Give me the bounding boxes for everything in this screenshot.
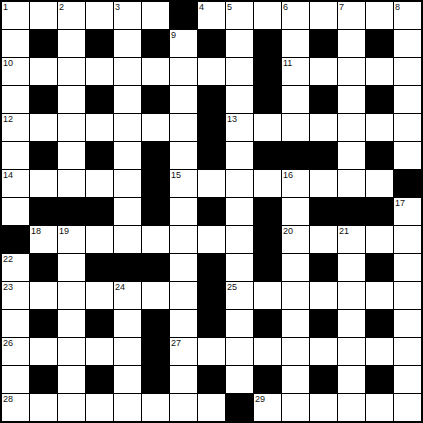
black-cell-r7c15 [394,170,421,197]
cell-r11c11[interactable] [282,282,309,309]
black-cell-r11c8 [198,282,225,309]
cell-r8c1[interactable] [2,198,29,225]
cell-r13c1[interactable]: 26 [2,338,29,365]
cell-r6c3[interactable] [58,142,85,169]
cell-r11c12[interactable] [310,282,337,309]
cell-r15c6[interactable] [142,394,169,421]
cell-r5c9[interactable]: 13 [226,114,253,141]
cell-r14c15[interactable] [394,366,421,393]
cell-r13c7[interactable]: 27 [170,338,197,365]
clue-number: 7 [339,2,344,12]
cell-r5c5[interactable] [114,114,141,141]
clue-number: 19 [59,226,69,236]
cell-r1c14[interactable] [366,2,393,29]
cell-r13c13[interactable] [338,338,365,365]
clue-number: 16 [283,170,293,180]
cell-r13c8[interactable] [198,338,225,365]
cell-r11c6[interactable] [142,282,169,309]
cell-r7c11[interactable]: 16 [282,170,309,197]
cell-r14c1[interactable] [2,366,29,393]
cell-r1c6[interactable] [142,2,169,29]
black-cell-r6c14 [366,142,393,169]
black-cell-r10c5 [114,254,141,281]
cell-r7c5[interactable] [114,170,141,197]
cell-r2c15[interactable] [394,30,421,57]
cell-r7c8[interactable] [198,170,225,197]
cell-r7c3[interactable] [58,170,85,197]
clue-number: 28 [3,394,13,404]
cell-r3c4[interactable] [86,58,113,85]
black-cell-r3c10 [254,58,281,85]
cell-r9c6[interactable] [142,226,169,253]
cell-r11c13[interactable] [338,282,365,309]
cell-r3c14[interactable] [366,58,393,85]
black-cell-r12c8 [198,310,225,337]
black-cell-r6c8 [198,142,225,169]
cell-r4c5[interactable] [114,86,141,113]
black-cell-r15c9 [226,394,253,421]
cell-r4c9[interactable] [226,86,253,113]
cell-r1c15[interactable]: 8 [394,2,421,29]
clue-number: 18 [31,226,41,236]
clue-number: 17 [395,198,405,208]
cell-r2c3[interactable] [58,30,85,57]
cell-r1c13[interactable]: 7 [338,2,365,29]
cell-r5c12[interactable] [310,114,337,141]
cell-r12c11[interactable] [282,310,309,337]
cell-r3c12[interactable] [310,58,337,85]
black-cell-r10c8 [198,254,225,281]
cell-r5c10[interactable] [254,114,281,141]
black-cell-r8c14 [366,198,393,225]
cell-r7c13[interactable] [338,170,365,197]
cell-r12c3[interactable] [58,310,85,337]
cell-r15c3[interactable] [58,394,85,421]
cell-r9c4[interactable] [86,226,113,253]
black-cell-r14c10 [254,366,281,393]
cell-r14c11[interactable] [282,366,309,393]
black-cell-r10c10 [254,254,281,281]
cell-r3c15[interactable] [394,58,421,85]
black-cell-r12c6 [142,310,169,337]
cell-r1c12[interactable] [310,2,337,29]
clue-number: 12 [3,114,13,124]
cell-r8c9[interactable] [226,198,253,225]
black-cell-r10c14 [366,254,393,281]
cell-r3c6[interactable] [142,58,169,85]
cell-r2c11[interactable] [282,30,309,57]
cell-r14c13[interactable] [338,366,365,393]
black-cell-r2c6 [142,30,169,57]
black-cell-r5c8 [198,114,225,141]
cell-r14c3[interactable] [58,366,85,393]
black-cell-r8c2 [30,198,57,225]
black-cell-r4c6 [142,86,169,113]
black-cell-r13c6 [142,338,169,365]
clue-number: 23 [3,282,13,292]
cell-r2c5[interactable] [114,30,141,57]
cell-r9c15[interactable] [394,226,421,253]
cell-r3c2[interactable] [30,58,57,85]
cell-r2c9[interactable] [226,30,253,57]
cell-r13c15[interactable] [394,338,421,365]
cell-r15c1[interactable]: 28 [2,394,29,421]
clue-number: 2 [59,2,64,12]
black-cell-r4c12 [310,86,337,113]
cell-r15c14[interactable] [366,394,393,421]
black-cell-r4c4 [86,86,113,113]
clue-number: 1 [3,2,8,12]
cell-r1c2[interactable] [30,2,57,29]
cell-r10c13[interactable] [338,254,365,281]
cell-r4c11[interactable] [282,86,309,113]
cell-r5c15[interactable] [394,114,421,141]
cell-r10c7[interactable] [170,254,197,281]
cell-r13c3[interactable] [58,338,85,365]
cell-r11c14[interactable] [366,282,393,309]
black-cell-r14c14 [366,366,393,393]
black-cell-r8c13 [338,198,365,225]
cell-r11c7[interactable] [170,282,197,309]
black-cell-r6c11 [282,142,309,169]
cell-r10c9[interactable] [226,254,253,281]
cell-r4c15[interactable] [394,86,421,113]
cell-r9c14[interactable] [366,226,393,253]
cell-r10c1[interactable]: 22 [2,254,29,281]
clue-number: 21 [339,226,349,236]
cell-r12c15[interactable] [394,310,421,337]
black-cell-r2c10 [254,30,281,57]
black-cell-r9c1 [2,226,29,253]
cell-r3c1[interactable]: 10 [2,58,29,85]
black-cell-r6c6 [142,142,169,169]
cell-r3c11[interactable]: 11 [282,58,309,85]
cell-r15c5[interactable] [114,394,141,421]
clue-number: 6 [283,2,288,12]
cell-r5c2[interactable] [30,114,57,141]
black-cell-r7c6 [142,170,169,197]
cell-r1c1[interactable]: 1 [2,2,29,29]
cell-r12c5[interactable] [114,310,141,337]
cell-r13c10[interactable] [254,338,281,365]
cell-r13c2[interactable] [30,338,57,365]
cell-r14c5[interactable] [114,366,141,393]
cell-r6c15[interactable] [394,142,421,169]
black-cell-r12c14 [366,310,393,337]
cell-r5c3[interactable] [58,114,85,141]
cell-r7c12[interactable] [310,170,337,197]
cell-r5c14[interactable] [366,114,393,141]
cell-r4c13[interactable] [338,86,365,113]
clue-number: 5 [227,2,232,12]
black-cell-r2c14 [366,30,393,57]
cell-r5c1[interactable]: 12 [2,114,29,141]
cell-r13c14[interactable] [366,338,393,365]
cell-r14c7[interactable] [170,366,197,393]
black-cell-r14c8 [198,366,225,393]
cell-r11c15[interactable] [394,282,421,309]
clue-number: 15 [171,170,181,180]
black-cell-r14c12 [310,366,337,393]
cell-r10c11[interactable] [282,254,309,281]
cell-r5c4[interactable] [86,114,113,141]
black-cell-r6c10 [254,142,281,169]
cell-r9c8[interactable] [198,226,225,253]
black-cell-r4c10 [254,86,281,113]
clue-number: 25 [227,282,237,292]
cell-r4c3[interactable] [58,86,85,113]
cell-r7c1[interactable]: 14 [2,170,29,197]
clue-number: 11 [283,58,292,68]
cell-r5c13[interactable] [338,114,365,141]
crossword-board: 1234567891011121314151617181920212223242… [0,0,423,423]
cell-r11c10[interactable] [254,282,281,309]
cell-r8c15[interactable]: 17 [394,198,421,225]
black-cell-r8c3 [58,198,85,225]
clue-number: 29 [255,394,265,404]
cell-r11c2[interactable] [30,282,57,309]
cell-r1c11[interactable]: 6 [282,2,309,29]
cell-r6c13[interactable] [338,142,365,169]
clue-number: 10 [3,58,13,68]
cell-r12c1[interactable] [2,310,29,337]
clue-number: 26 [3,338,13,348]
black-cell-r10c4 [86,254,113,281]
clue-number: 20 [283,226,293,236]
cell-r4c7[interactable] [170,86,197,113]
cell-r11c9[interactable]: 25 [226,282,253,309]
cell-r15c10[interactable]: 29 [254,394,281,421]
cell-r13c12[interactable] [310,338,337,365]
cell-r15c15[interactable] [394,394,421,421]
cell-r7c4[interactable] [86,170,113,197]
cell-r13c4[interactable] [86,338,113,365]
cell-r2c7[interactable]: 9 [170,30,197,57]
black-cell-r4c8 [198,86,225,113]
clue-number: 13 [227,114,237,124]
cell-r9c9[interactable] [226,226,253,253]
black-cell-r4c14 [366,86,393,113]
black-cell-r10c12 [310,254,337,281]
black-cell-r8c12 [310,198,337,225]
black-cell-r9c10 [254,226,281,253]
black-cell-r2c8 [198,30,225,57]
black-cell-r2c2 [30,30,57,57]
cell-r3c7[interactable] [170,58,197,85]
clue-number: 8 [395,2,400,12]
cell-r3c3[interactable] [58,58,85,85]
black-cell-r12c12 [310,310,337,337]
black-cell-r4c2 [30,86,57,113]
cell-r13c9[interactable] [226,338,253,365]
cell-r3c13[interactable] [338,58,365,85]
cell-r7c7[interactable]: 15 [170,170,197,197]
black-cell-r12c4 [86,310,113,337]
cell-r1c10[interactable] [254,2,281,29]
cell-r10c15[interactable] [394,254,421,281]
cell-r14c9[interactable] [226,366,253,393]
cell-r11c5[interactable]: 24 [114,282,141,309]
cell-r11c1[interactable]: 23 [2,282,29,309]
black-cell-r14c2 [30,366,57,393]
cell-r5c6[interactable] [142,114,169,141]
black-cell-r12c10 [254,310,281,337]
cell-r15c13[interactable] [338,394,365,421]
cell-r9c3[interactable]: 19 [58,226,85,253]
cell-r9c13[interactable]: 21 [338,226,365,253]
cell-r10c3[interactable] [58,254,85,281]
cell-r1c8[interactable]: 4 [198,2,225,29]
cell-r12c9[interactable] [226,310,253,337]
cell-r9c7[interactable] [170,226,197,253]
cell-r1c9[interactable]: 5 [226,2,253,29]
black-cell-r8c10 [254,198,281,225]
cell-r2c13[interactable] [338,30,365,57]
black-cell-r10c6 [142,254,169,281]
cell-r4c1[interactable] [2,86,29,113]
cell-r15c11[interactable] [282,394,309,421]
cell-r3c9[interactable] [226,58,253,85]
cell-r6c1[interactable] [2,142,29,169]
cell-r15c4[interactable] [86,394,113,421]
black-cell-r8c8 [198,198,225,225]
cell-r13c5[interactable] [114,338,141,365]
clue-number: 14 [3,170,13,180]
cell-r15c7[interactable] [170,394,197,421]
cell-r15c12[interactable] [310,394,337,421]
cell-r9c12[interactable] [310,226,337,253]
black-cell-r6c12 [310,142,337,169]
black-cell-r8c4 [86,198,113,225]
cell-r8c11[interactable] [282,198,309,225]
clue-number: 4 [199,2,204,12]
cell-r9c2[interactable]: 18 [30,226,57,253]
cell-r1c3[interactable]: 2 [58,2,85,29]
cell-r6c9[interactable] [226,142,253,169]
black-cell-r1c7 [170,2,197,29]
cell-r13c11[interactable] [282,338,309,365]
cell-r7c10[interactable] [254,170,281,197]
cell-r7c2[interactable] [30,170,57,197]
cell-r7c9[interactable] [226,170,253,197]
cell-r1c4[interactable] [86,2,113,29]
cell-r5c7[interactable] [170,114,197,141]
cell-r15c8[interactable] [198,394,225,421]
cell-r11c4[interactable] [86,282,113,309]
cell-r2c1[interactable] [2,30,29,57]
black-cell-r2c4 [86,30,113,57]
cell-r9c5[interactable] [114,226,141,253]
clue-number: 27 [171,338,181,348]
cell-r8c5[interactable] [114,198,141,225]
black-cell-r2c12 [310,30,337,57]
cell-r3c8[interactable] [198,58,225,85]
cell-r3c5[interactable] [114,58,141,85]
cell-r9c11[interactable]: 20 [282,226,309,253]
clue-number: 3 [115,2,120,12]
clue-number: 22 [3,254,13,264]
cell-r15c2[interactable] [30,394,57,421]
cell-r11c3[interactable] [58,282,85,309]
cell-r8c7[interactable] [170,198,197,225]
clue-number: 9 [171,30,176,40]
cell-r7c14[interactable] [366,170,393,197]
black-cell-r6c4 [86,142,113,169]
black-cell-r6c2 [30,142,57,169]
black-cell-r10c2 [30,254,57,281]
cell-r1c5[interactable]: 3 [114,2,141,29]
black-cell-r8c6 [142,198,169,225]
clue-number: 24 [115,282,125,292]
cell-r12c13[interactable] [338,310,365,337]
black-cell-r12c2 [30,310,57,337]
cell-r6c5[interactable] [114,142,141,169]
cell-r12c7[interactable] [170,310,197,337]
black-cell-r14c4 [86,366,113,393]
cell-r5c11[interactable] [282,114,309,141]
cell-r6c7[interactable] [170,142,197,169]
black-cell-r14c6 [142,366,169,393]
